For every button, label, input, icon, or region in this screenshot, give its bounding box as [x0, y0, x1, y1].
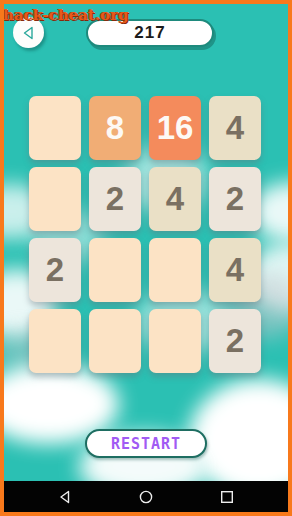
tile-16: 16 [149, 96, 201, 160]
tile-empty [89, 309, 141, 373]
nav-recents-icon [220, 490, 234, 504]
android-navbar [4, 481, 288, 512]
nav-back-icon [58, 490, 72, 504]
nav-home-button[interactable] [139, 489, 154, 504]
tile-2: 2 [209, 309, 261, 373]
tile-4: 4 [209, 96, 261, 160]
restart-button[interactable]: RESTART [85, 429, 207, 458]
nav-back-button[interactable] [58, 489, 73, 504]
tile-2: 2 [29, 238, 81, 302]
tile-empty [29, 167, 81, 231]
tile-4: 4 [209, 238, 261, 302]
tile-2: 2 [209, 167, 261, 231]
tile-empty [29, 309, 81, 373]
score-value: 217 [134, 23, 165, 43]
tile-8: 8 [89, 96, 141, 160]
back-arrow-icon [21, 25, 37, 41]
tile-2: 2 [89, 167, 141, 231]
tile-empty [29, 96, 81, 160]
tile-empty [149, 238, 201, 302]
watermark: hack-cheat.org [3, 7, 129, 23]
tile-4: 4 [149, 167, 201, 231]
nav-home-icon [139, 490, 153, 504]
game-board[interactable]: 8164242242 [29, 96, 261, 373]
app-frame: hack-cheat.org 217 8164242242 RESTART [0, 0, 292, 516]
tile-empty [89, 238, 141, 302]
nav-recents-button[interactable] [220, 489, 235, 504]
tile-empty [149, 309, 201, 373]
